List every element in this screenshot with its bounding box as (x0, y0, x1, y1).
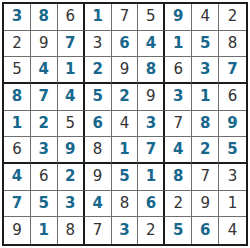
cell-r1c4[interactable]: 1 (85, 4, 112, 31)
cell-r9c6[interactable]: 2 (138, 217, 165, 244)
cell-r3c5[interactable]: 9 (112, 57, 139, 84)
cell-r5c6[interactable]: 3 (138, 111, 165, 138)
cell-r2c8[interactable]: 5 (192, 31, 219, 58)
cell-r8c7[interactable]: 2 (165, 191, 192, 218)
cell-r6c9[interactable]: 5 (219, 137, 246, 164)
cell-r1c9[interactable]: 2 (219, 4, 246, 31)
cell-r8c4[interactable]: 4 (85, 191, 112, 218)
cell-r6c5[interactable]: 1 (112, 137, 139, 164)
cell-r8c1[interactable]: 7 (4, 191, 31, 218)
cell-r5c1[interactable]: 1 (4, 111, 31, 138)
cell-r3c6[interactable]: 8 (138, 57, 165, 84)
cell-r9c7[interactable]: 5 (165, 217, 192, 244)
cell-r6c8[interactable]: 2 (192, 137, 219, 164)
cell-r4c9[interactable]: 6 (219, 84, 246, 111)
cell-r8c2[interactable]: 5 (31, 191, 58, 218)
cell-r4c8[interactable]: 1 (192, 84, 219, 111)
cell-r3c9[interactable]: 7 (219, 57, 246, 84)
cell-r2c9[interactable]: 8 (219, 31, 246, 58)
cell-r5c8[interactable]: 8 (192, 111, 219, 138)
cell-r6c4[interactable]: 8 (85, 137, 112, 164)
cell-r4c5[interactable]: 2 (112, 84, 139, 111)
cell-r1c6[interactable]: 5 (138, 4, 165, 31)
cell-r2c7[interactable]: 1 (165, 31, 192, 58)
cell-r2c3[interactable]: 7 (58, 31, 85, 58)
cell-r9c2[interactable]: 1 (31, 217, 58, 244)
cell-r7c8[interactable]: 7 (192, 164, 219, 191)
cell-r2c5[interactable]: 6 (112, 31, 139, 58)
cell-r2c6[interactable]: 4 (138, 31, 165, 58)
cell-r7c5[interactable]: 5 (112, 164, 139, 191)
cell-r3c1[interactable]: 5 (4, 57, 31, 84)
cell-r6c1[interactable]: 6 (4, 137, 31, 164)
cell-r4c7[interactable]: 3 (165, 84, 192, 111)
sudoku-board: 3861759422973641585412986378745293161256… (2, 2, 248, 246)
cell-r8c5[interactable]: 8 (112, 191, 139, 218)
cell-r1c8[interactable]: 4 (192, 4, 219, 31)
cell-r5c9[interactable]: 9 (219, 111, 246, 138)
cell-r7c3[interactable]: 2 (58, 164, 85, 191)
cell-r1c3[interactable]: 6 (58, 4, 85, 31)
cell-r5c2[interactable]: 2 (31, 111, 58, 138)
cell-r8c6[interactable]: 6 (138, 191, 165, 218)
cell-r3c7[interactable]: 6 (165, 57, 192, 84)
cell-r7c6[interactable]: 1 (138, 164, 165, 191)
cell-r8c8[interactable]: 9 (192, 191, 219, 218)
cell-r6c3[interactable]: 9 (58, 137, 85, 164)
cell-r7c4[interactable]: 9 (85, 164, 112, 191)
cell-r2c1[interactable]: 2 (4, 31, 31, 58)
cell-r2c4[interactable]: 3 (85, 31, 112, 58)
cell-r7c2[interactable]: 6 (31, 164, 58, 191)
cell-r1c2[interactable]: 8 (31, 4, 58, 31)
cell-r7c7[interactable]: 8 (165, 164, 192, 191)
cell-r4c3[interactable]: 4 (58, 84, 85, 111)
cell-r6c7[interactable]: 4 (165, 137, 192, 164)
cell-r5c4[interactable]: 6 (85, 111, 112, 138)
cell-r4c6[interactable]: 9 (138, 84, 165, 111)
cell-r2c2[interactable]: 9 (31, 31, 58, 58)
cell-r9c8[interactable]: 6 (192, 217, 219, 244)
cell-r4c4[interactable]: 5 (85, 84, 112, 111)
cell-r9c9[interactable]: 4 (219, 217, 246, 244)
cell-r3c8[interactable]: 3 (192, 57, 219, 84)
cell-r9c3[interactable]: 8 (58, 217, 85, 244)
cell-r9c5[interactable]: 3 (112, 217, 139, 244)
cell-r5c5[interactable]: 4 (112, 111, 139, 138)
cell-r6c2[interactable]: 3 (31, 137, 58, 164)
cell-r3c4[interactable]: 2 (85, 57, 112, 84)
cell-r8c9[interactable]: 1 (219, 191, 246, 218)
cell-r5c3[interactable]: 5 (58, 111, 85, 138)
cell-r1c7[interactable]: 9 (165, 4, 192, 31)
cell-r3c2[interactable]: 4 (31, 57, 58, 84)
cell-r3c3[interactable]: 1 (58, 57, 85, 84)
cell-r5c7[interactable]: 7 (165, 111, 192, 138)
cell-r8c3[interactable]: 3 (58, 191, 85, 218)
cell-r1c5[interactable]: 7 (112, 4, 139, 31)
cell-r6c6[interactable]: 7 (138, 137, 165, 164)
cell-r4c1[interactable]: 8 (4, 84, 31, 111)
cell-r7c9[interactable]: 3 (219, 164, 246, 191)
cell-r9c4[interactable]: 7 (85, 217, 112, 244)
cell-r4c2[interactable]: 7 (31, 84, 58, 111)
cell-r7c1[interactable]: 4 (4, 164, 31, 191)
cell-r9c1[interactable]: 9 (4, 217, 31, 244)
cell-r1c1[interactable]: 3 (4, 4, 31, 31)
